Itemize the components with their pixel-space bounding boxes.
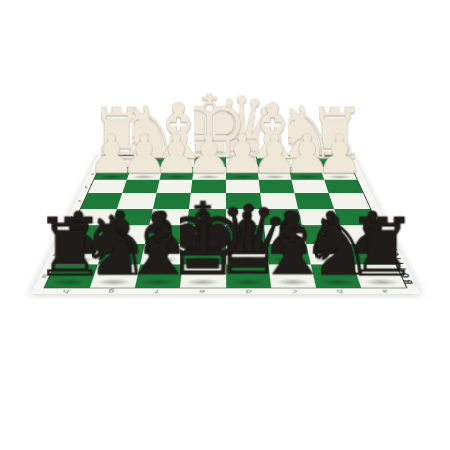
rank-label-7: 7 (50, 252, 60, 256)
square-g2 (127, 167, 163, 180)
square-e4 (189, 193, 225, 208)
square-h2 (94, 167, 131, 180)
square-d3 (226, 180, 260, 194)
square-f5 (149, 209, 189, 226)
square-a5 (334, 209, 378, 226)
square-b1 (286, 156, 320, 167)
chess-mat: BOTTICELLI BOTTICELLI hgfedcba12345678 ♜… (72, 55, 379, 362)
square-e1 (194, 156, 225, 167)
square-h6 (65, 225, 111, 244)
mat-border: BOTTICELLI BOTTICELLI hgfedcba12345678 (31, 153, 421, 294)
piece-white-king-e1: ♚ (194, 77, 225, 165)
square-h3 (88, 180, 127, 194)
piece-shadow (186, 279, 221, 286)
square-c2 (257, 167, 291, 180)
rank-label-2: 2 (89, 172, 96, 174)
rank-label-5: 5 (68, 215, 77, 218)
piece-shadow (230, 279, 265, 286)
square-b5 (298, 209, 340, 226)
square-a4 (329, 193, 370, 208)
product-photo: BOTTICELLI BOTTICELLI hgfedcba12345678 ♜… (0, 0, 450, 450)
piece-shadow (230, 256, 263, 263)
square-e2 (193, 167, 226, 180)
board-grid (45, 156, 406, 288)
brand-label-top: BOTTICELLI (123, 153, 175, 155)
square-e6 (185, 225, 225, 244)
square-g1 (131, 156, 165, 167)
file-label-d: d (226, 288, 272, 293)
square-f2 (160, 167, 194, 180)
rank-label-8: 8 (40, 273, 51, 278)
rank-label-4: 4 (76, 199, 84, 202)
square-g3 (122, 180, 160, 194)
piece-shadow (188, 256, 221, 263)
square-d6 (226, 225, 266, 244)
square-f4 (153, 193, 191, 208)
square-d1 (226, 156, 257, 167)
rank-label-3: 3 (83, 185, 91, 188)
square-c1 (256, 156, 289, 167)
square-c5 (262, 209, 302, 226)
square-a1 (316, 156, 351, 167)
square-d2 (226, 167, 259, 180)
file-label-e: e (180, 288, 226, 293)
square-h5 (73, 209, 117, 226)
square-b2 (288, 167, 324, 180)
square-b4 (294, 193, 334, 208)
piece-shadow (313, 256, 347, 263)
square-a2 (320, 167, 357, 180)
square-g4 (117, 193, 157, 208)
file-label-f: f (134, 288, 180, 293)
brand-label-right: BOTTICELLI (371, 210, 416, 284)
square-e5 (187, 209, 225, 226)
square-a6 (340, 225, 386, 244)
square-e3 (191, 180, 225, 194)
chess-mat-plane: BOTTICELLI BOTTICELLI hgfedcba12345678 ♜… (31, 153, 421, 294)
rank-label-1: 1 (95, 160, 102, 162)
square-c4 (260, 193, 298, 208)
square-h4 (81, 193, 122, 208)
square-b3 (291, 180, 329, 194)
file-label-b: b (316, 288, 363, 293)
file-label-a: a (361, 288, 408, 293)
square-c6 (264, 225, 306, 244)
piece-shadow (275, 279, 311, 286)
square-b6 (302, 225, 346, 244)
piece-shadow (272, 256, 306, 263)
file-label-c: c (271, 288, 317, 293)
file-label-g: g (88, 288, 135, 293)
piece-shadow (319, 279, 356, 286)
square-f3 (157, 180, 193, 194)
file-label-h: h (42, 288, 89, 293)
square-g5 (111, 209, 153, 226)
square-f1 (163, 156, 196, 167)
square-c3 (258, 180, 294, 194)
rank-label-6: 6 (60, 232, 69, 236)
square-h1 (100, 156, 135, 167)
square-f6 (145, 225, 187, 244)
square-d4 (226, 193, 262, 208)
square-d5 (226, 209, 264, 226)
square-g6 (105, 225, 149, 244)
square-a3 (324, 180, 363, 194)
